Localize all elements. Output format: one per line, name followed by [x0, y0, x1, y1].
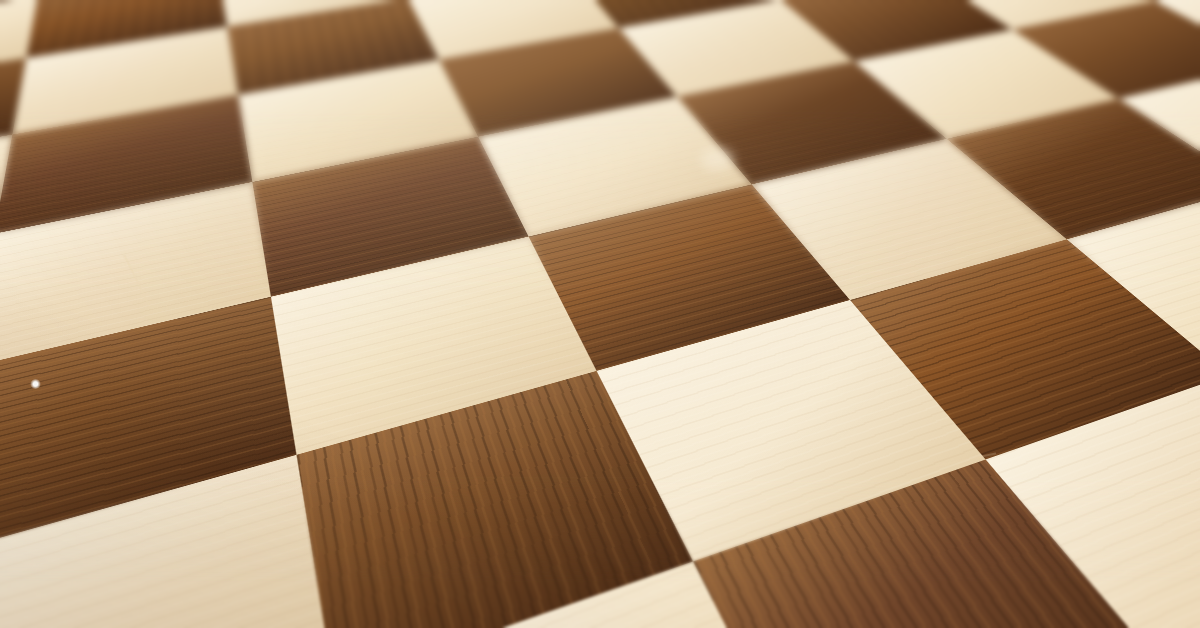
chessboard-wrap — [250, 0, 1200, 614]
chessboard-photo — [0, 0, 1200, 628]
chessboard — [0, 0, 1200, 628]
